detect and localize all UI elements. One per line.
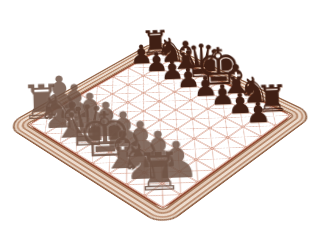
chess-board: ♜♞♝♛♚♝♞♜♟♟♟♟♟♟♟♟♟♟♟♟♟♟♟♟♜♞♝♛♚♝♞♜ — [29, 51, 292, 209]
perspective-scene: ♜♞♝♛♚♝♞♜♟♟♟♟♟♟♟♟♟♟♟♟♟♟♟♟♜♞♝♛♚♝♞♜ — [0, 0, 320, 240]
render-viewport: ♜♞♝♛♚♝♞♜♟♟♟♟♟♟♟♟♟♟♟♟♟♟♟♟♜♞♝♛♚♝♞♜ — [0, 0, 320, 240]
camera-tilt-wrapper: ♜♞♝♛♚♝♞♜♟♟♟♟♟♟♟♟♟♟♟♟♟♟♟♟♜♞♝♛♚♝♞♜ — [0, 0, 320, 240]
piece-white-pawn: ♟ — [141, 134, 213, 187]
